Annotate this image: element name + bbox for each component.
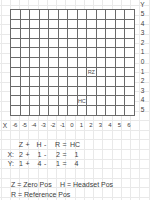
grid-cell [30,10,40,20]
grid-cell [21,29,31,39]
y-axis-label: 3 [137,28,148,38]
y-axis-label: 2 [137,38,148,48]
grid-cell [68,48,78,58]
grid-cell [21,48,31,58]
grid-cell [40,10,50,20]
marker-rz: RZ [87,68,97,78]
grid-cell [68,58,78,68]
grid-cell [106,10,116,20]
grid-cell [30,29,40,39]
grid-cell [78,77,88,87]
x-axis-label: 2 [86,121,96,130]
grid-cell [116,58,126,68]
grid-cell [68,96,78,106]
equation-cell: Z [15,140,24,150]
x-axis-label: -2 [48,121,58,130]
grid-cell [59,39,69,49]
grid-cell [11,39,21,49]
grid-cell [116,29,126,39]
grid-cell [21,106,31,116]
grid-cell [116,20,126,30]
grid-cell [30,77,40,87]
equation-cell: 1 [52,159,61,169]
y-axis-label: 5 [137,9,148,19]
marker-hc: HC [78,96,88,106]
grid-cell [87,87,97,97]
y-axis-labels: 54321012345 [137,9,148,115]
grid-cell [30,68,40,78]
grid-cell [116,96,126,106]
grid-cell [40,58,50,68]
grid-cell [68,87,78,97]
grid-cell [30,48,40,58]
grid-cell [30,39,40,49]
equation-cell: Y: [5,159,15,169]
grid-cell [30,106,40,116]
grid-cell [21,77,31,87]
equation-cell: H [34,140,43,150]
grid-cell [68,20,78,30]
grid-cell [68,68,78,78]
grid-cell [11,96,21,106]
equation-cell: 1 [34,150,43,160]
grid-cell [49,96,59,106]
spreadsheet-canvas: Y RZHC 54321012345 X -6-5-4-3-2-10123456… [0,0,150,200]
grid-cell [78,106,88,116]
grid-cell [78,10,88,20]
grid-cell [21,68,31,78]
grid-cell [40,106,50,116]
equation-cell: - [43,159,53,169]
x-axis-label: -5 [20,121,30,130]
grid-cell [59,87,69,97]
grid-cell [49,48,59,58]
grid-cell [116,39,126,49]
grid-cell [106,77,116,87]
grid-cell [68,77,78,87]
x-axis-label: 5 [115,121,125,130]
x-axis-title: X [0,121,10,130]
grid-cell [97,68,107,78]
x-axis-labels: -6-5-4-3-2-10123456 [10,121,134,130]
grid-cell [116,68,126,78]
grid-cell [125,10,135,20]
x-axis-label: 4 [105,121,115,130]
legend-zero: Z = Zero Pos [11,180,52,189]
grid-cell [68,29,78,39]
grid-cell [49,20,59,30]
grid-cell [11,77,21,87]
grid-cell [40,77,50,87]
y-axis-label: 3 [137,86,148,96]
grid-cell [49,29,59,39]
grid-cell [78,29,88,39]
grid-cell [125,29,135,39]
equation-cell: 1 [70,150,80,160]
grid-cell [125,77,135,87]
grid-cell [59,68,69,78]
equation-cell: - [43,150,53,160]
grid-cell [59,10,69,20]
grid-cell [68,106,78,116]
grid-cell [59,29,69,39]
grid-cell [125,39,135,49]
grid-cell [87,20,97,30]
equation-cell: 2 [52,150,61,160]
x-axis-label: 1 [77,121,87,130]
equation-cell: + [24,159,34,169]
grid-cell [97,58,107,68]
grid-cell [116,10,126,20]
y-axis-label: 1 [137,67,148,77]
grid-cell [49,106,59,116]
grid-cell [78,20,88,30]
grid-cell [106,39,116,49]
grid-cell [40,96,50,106]
y-axis-label: 4 [137,95,148,105]
equation-block: Z+H-R=HCX:2+1-2=1Y:1+4-1=4 [5,140,80,169]
grid-cell [106,87,116,97]
equation-row: X:2+1-2=1 [5,150,80,160]
grid-cell [68,39,78,49]
y-axis-label: 5 [137,105,148,115]
grid-cell [106,20,116,30]
grid-cell [125,48,135,58]
grid-cell [21,20,31,30]
grid-cell [30,96,40,106]
equation-cell: HC [70,140,80,150]
x-axis-label: 3 [96,121,106,130]
grid-cell [21,10,31,20]
grid-cell [125,96,135,106]
grid-cell [87,96,97,106]
equation-row: Y:1+4-1=4 [5,159,80,169]
equation-cell: = [61,150,70,160]
grid-cell [106,106,116,116]
grid-cell [40,39,50,49]
equation-cell: = [61,140,70,150]
grid-cell [125,58,135,68]
grid-cell [78,58,88,68]
grid-cell [116,48,126,58]
grid-cell [11,58,21,68]
grid-cell [30,58,40,68]
equation-cell: + [24,150,34,160]
equation-cell: 1 [15,159,24,169]
grid-cell [59,77,69,87]
grid-cell [116,87,126,97]
grid-cell [49,39,59,49]
grid-cell [21,87,31,97]
y-axis-label: 0 [137,57,148,67]
grid-cell [11,68,21,78]
grid-cell [49,58,59,68]
grid-cell [21,96,31,106]
y-axis-label: 1 [137,47,148,57]
coordinate-grid: RZHC [10,9,135,116]
grid-cell [59,96,69,106]
equation-cell: = [61,159,70,169]
y-axis-title: Y [137,0,148,9]
equation-cell: R [52,140,61,150]
grid-cell [87,77,97,87]
grid-cell [87,39,97,49]
x-axis-label: 6 [124,121,134,130]
grid-cell [125,87,135,97]
grid-cell [106,96,116,106]
grid-cell [30,87,40,97]
grid-cell [97,87,107,97]
grid-cell [97,20,107,30]
grid-cell [49,77,59,87]
y-axis-label: 2 [137,76,148,86]
grid-cell [59,106,69,116]
grid-cell [116,77,126,87]
grid-cell [97,77,107,87]
grid-cell [125,68,135,78]
equation-row: Z+H-R=HC [5,140,80,150]
grid-cell [40,48,50,58]
grid-cell [106,29,116,39]
equation-cell: 2 [15,150,24,160]
grid-cell [87,29,97,39]
grid-cell [21,39,31,49]
grid-cell [49,10,59,20]
grid-cell [97,39,107,49]
grid-cell [106,68,116,78]
grid-cell [40,87,50,97]
grid-cell [78,68,88,78]
equation-cell [5,140,15,150]
legend-reference: R = Reference Pos [11,190,70,199]
grid-cell [87,58,97,68]
equation-cell: 4 [34,159,43,169]
grid-cell [87,106,97,116]
grid-cell [97,10,107,20]
grid-cell [11,10,21,20]
equation-cell: 4 [70,159,80,169]
y-axis-label: 4 [137,19,148,29]
grid-cell [116,106,126,116]
grid-cell [125,106,135,116]
grid-cell [11,87,21,97]
grid-cell [106,48,116,58]
equation-cell: + [24,140,34,150]
grid-cell [97,106,107,116]
x-axis-label: -6 [10,121,20,130]
grid-cell [11,20,21,30]
grid-cell [87,48,97,58]
legend-headset: H = Headset Pos [60,180,113,189]
grid-cell [125,20,135,30]
grid-cell [21,58,31,68]
grid-cell [78,87,88,97]
grid-cell [49,68,59,78]
equation-cell: X: [5,150,15,160]
grid-cell [97,96,107,106]
grid-cell [11,106,21,116]
grid-cell [59,20,69,30]
grid-cell [87,10,97,20]
grid-cell [78,39,88,49]
grid-cell [59,58,69,68]
grid-cell [68,10,78,20]
grid-cell [97,48,107,58]
equation-cell: - [43,140,53,150]
grid-cell [11,29,21,39]
grid-cell [40,29,50,39]
grid-cell [78,48,88,58]
grid-cell [97,29,107,39]
x-axis-label: -4 [29,121,39,130]
grid-cell [59,48,69,58]
x-axis-label: -1 [58,121,68,130]
grid-cell [106,58,116,68]
grid-cell [40,68,50,78]
x-axis-label: -3 [39,121,49,130]
grid-cell [11,48,21,58]
grid-cell [40,20,50,30]
grid-cell [49,87,59,97]
x-axis-label: 0 [67,121,77,130]
grid-cell [30,20,40,30]
